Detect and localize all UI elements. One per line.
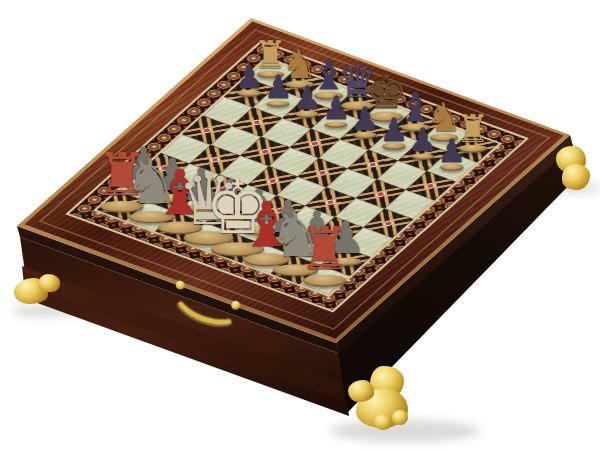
black-pawn-icon: ♟ — [437, 134, 466, 166]
white-rook-icon: ♜ — [298, 219, 351, 278]
black-pawn-icon: ♟ — [408, 124, 437, 156]
black-pawn-icon: ♟ — [235, 60, 264, 92]
piece-black-pawn[interactable]: ♟ — [437, 134, 466, 170]
black-pawn-icon: ♟ — [322, 92, 351, 124]
piece-black-pawn[interactable]: ♟ — [293, 81, 322, 117]
piece-base — [238, 90, 261, 97]
piece-base — [411, 153, 434, 160]
piece-base — [303, 275, 346, 287]
piece-base — [382, 143, 405, 150]
piece-black-pawn[interactable]: ♟ — [322, 92, 351, 128]
piece-base — [440, 164, 463, 171]
piece-base — [353, 132, 376, 139]
chess-set-photo: ♜♞♝♛♚♝♞♜♟♟♟♟♟♟♟♟♟♟♟♟♟♟♟♟♜♞♝♛♚♝♞♜ — [0, 0, 600, 450]
piece-black-pawn[interactable]: ♟ — [351, 103, 380, 139]
piece-base — [267, 100, 290, 107]
gold-foot-right — [552, 146, 594, 192]
black-pawn-icon: ♟ — [293, 81, 322, 113]
gold-foot-front — [344, 366, 424, 438]
piece-black-pawn[interactable]: ♟ — [408, 124, 437, 160]
black-pawn-icon: ♟ — [379, 113, 408, 145]
gold-foot-left — [14, 274, 62, 308]
piece-white-rook[interactable]: ♜ — [298, 219, 351, 287]
piece-black-pawn[interactable]: ♟ — [235, 60, 264, 96]
black-pawn-icon: ♟ — [264, 71, 293, 103]
piece-base — [296, 111, 319, 118]
piece-black-pawn[interactable]: ♟ — [379, 113, 408, 149]
piece-base — [325, 121, 348, 128]
piece-black-pawn[interactable]: ♟ — [264, 71, 293, 107]
black-pawn-icon: ♟ — [351, 103, 380, 135]
